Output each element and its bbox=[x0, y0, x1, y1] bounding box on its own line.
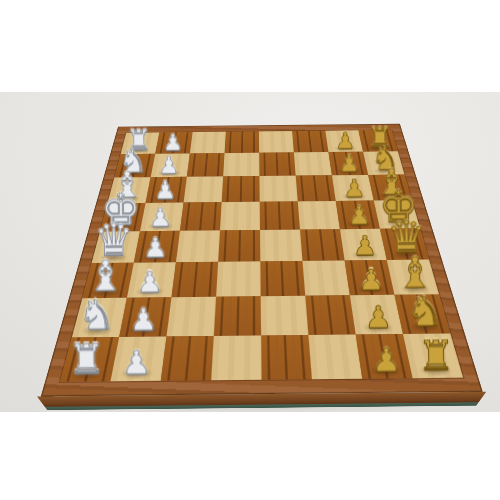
chess-board: ♜♟♟♜♞♟♟♞♝♟♟♝♚♟♟♚♛♟♟♛♝♟♟♝♞♟♟♞♜♟♟♜ bbox=[41, 124, 483, 397]
square-r7c8: ♞ bbox=[394, 294, 450, 334]
square-r6c5 bbox=[260, 261, 305, 296]
square-r6c4 bbox=[216, 261, 261, 296]
square-r5c2: ♟ bbox=[134, 231, 180, 263]
silver-pawn: ♟ bbox=[156, 131, 191, 154]
square-r7c3 bbox=[167, 297, 217, 337]
square-r3c7: ♟ bbox=[332, 175, 374, 201]
gold-pawn: ♟ bbox=[339, 202, 379, 228]
square-r4c3 bbox=[180, 202, 222, 231]
square-r2c4 bbox=[223, 153, 259, 177]
square-r1c4 bbox=[225, 131, 260, 153]
square-r7c5 bbox=[261, 296, 309, 336]
square-r5c6 bbox=[300, 229, 345, 261]
square-r8c4 bbox=[211, 335, 261, 380]
board-grid: ♜♟♟♜♞♟♟♞♝♟♟♝♚♟♟♚♛♟♟♛♝♟♟♝♞♟♟♞♜♟♟♜ bbox=[60, 130, 463, 382]
gold-pawn: ♟ bbox=[349, 265, 394, 294]
square-r3c5 bbox=[259, 176, 297, 202]
square-r8c6 bbox=[308, 334, 362, 379]
square-r8c8: ♜ bbox=[403, 333, 463, 378]
square-r8c2: ♟ bbox=[110, 336, 166, 381]
square-r2c3 bbox=[187, 153, 225, 177]
square-r5c4 bbox=[218, 230, 260, 262]
square-r8c3 bbox=[161, 336, 214, 381]
square-r2c6 bbox=[294, 152, 332, 176]
square-r4c2: ♟ bbox=[140, 203, 184, 232]
gold-pawn: ♟ bbox=[361, 344, 411, 377]
square-r7c2: ♟ bbox=[119, 297, 171, 337]
gold-pawn: ♟ bbox=[335, 175, 373, 200]
square-r6c7: ♟ bbox=[345, 260, 395, 295]
screenshot-canvas: ♜♟♟♜♞♟♟♞♝♟♟♝♚♟♟♚♛♟♟♛♝♟♟♝♞♟♟♞♜♟♟♜ bbox=[0, 0, 500, 500]
silver-pawn: ♟ bbox=[151, 153, 187, 177]
square-r5c3 bbox=[176, 230, 220, 262]
silver-pawn: ♟ bbox=[146, 177, 184, 202]
gold-pawn: ♟ bbox=[355, 302, 402, 333]
square-r5c7: ♟ bbox=[340, 229, 387, 261]
square-r5c5 bbox=[260, 230, 302, 262]
silver-rook: ♜ bbox=[61, 338, 111, 380]
square-r4c5 bbox=[260, 201, 300, 230]
square-r8c5 bbox=[261, 335, 312, 380]
square-r2c2: ♟ bbox=[151, 153, 190, 177]
square-r8c7: ♟ bbox=[356, 334, 413, 379]
silver-pawn: ♟ bbox=[134, 234, 176, 262]
square-r4c6 bbox=[298, 201, 340, 230]
gold-pawn: ♟ bbox=[344, 232, 386, 260]
square-r1c6 bbox=[292, 131, 328, 153]
square-r3c3 bbox=[184, 176, 224, 202]
square-r6c6 bbox=[302, 260, 349, 295]
square-r7c1: ♞ bbox=[72, 298, 127, 338]
square-r6c2: ♟ bbox=[127, 262, 176, 297]
silver-knight: ♞ bbox=[73, 294, 120, 336]
gold-rook: ♜ bbox=[411, 334, 461, 376]
square-r2c7: ♟ bbox=[328, 152, 368, 176]
square-r1c3 bbox=[190, 132, 226, 154]
square-r7c4 bbox=[214, 296, 261, 336]
square-r4c7: ♟ bbox=[336, 201, 380, 230]
square-r3c2: ♟ bbox=[146, 177, 187, 203]
gold-pawn: ♟ bbox=[331, 151, 367, 175]
square-r1c5 bbox=[259, 131, 294, 153]
silver-pawn: ♟ bbox=[140, 204, 180, 230]
square-r3c4 bbox=[222, 176, 260, 202]
gold-knight: ♞ bbox=[401, 291, 448, 333]
square-r8c1: ♜ bbox=[60, 337, 119, 382]
silver-pawn: ♟ bbox=[127, 267, 172, 296]
square-r4c4 bbox=[220, 202, 260, 231]
square-r3c6 bbox=[296, 175, 336, 201]
silver-pawn: ♟ bbox=[120, 304, 167, 335]
silver-pawn: ♟ bbox=[111, 346, 161, 379]
square-r7c6 bbox=[305, 295, 355, 335]
gold-pawn: ♟ bbox=[328, 129, 363, 152]
photo-backdrop: ♜♟♟♜♞♟♟♞♝♟♟♝♚♟♟♚♛♟♟♛♝♟♟♝♞♟♟♞♜♟♟♜ bbox=[0, 92, 500, 412]
square-r6c3 bbox=[172, 262, 219, 297]
square-r2c5 bbox=[259, 152, 296, 176]
